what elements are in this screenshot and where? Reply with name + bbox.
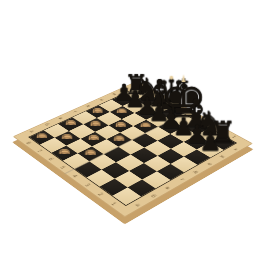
square-r4c7[interactable] <box>157 148 184 163</box>
product-photo-scene: 87654321 87654321 зжедгвба зжедгвба ♜♞♝♛… <box>0 0 270 270</box>
chessboard: 87654321 87654321 зжедгвба зжедгвба ♜♞♝♛… <box>13 81 253 218</box>
board-squares-grid: ♜♞♝♛♚♝♞♜♟♟♟♟♟♟♟♟⛂⛂⛂⛂⛂⛂⛂⛂⛂⛂⛂⛂ <box>28 88 237 206</box>
